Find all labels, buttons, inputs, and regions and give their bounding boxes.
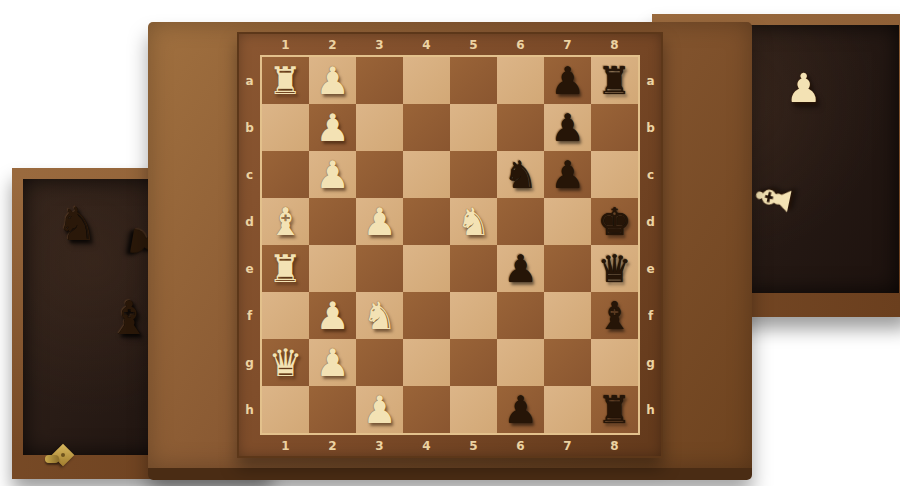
square-d2[interactable] [309, 198, 356, 245]
square-b8[interactable] [591, 104, 638, 151]
file-labels-left: abcdefgh [237, 57, 262, 433]
chess-set-photo: { "game": "chess", "scene": "wooden fold… [0, 0, 900, 486]
piece-white-rook[interactable]: ♜ [268, 250, 302, 288]
piece-white-knight[interactable]: ♞ [362, 297, 396, 335]
file-labels-right: abcdefgh [638, 57, 663, 433]
square-b3[interactable] [356, 104, 403, 151]
piece-black-queen[interactable]: ♛ [597, 250, 631, 288]
square-c8[interactable] [591, 151, 638, 198]
file-label-a: a [638, 57, 663, 104]
piece-white-rook[interactable]: ♜ [268, 62, 302, 100]
file-label-e: e [237, 245, 262, 292]
rank-label-4: 4 [403, 433, 450, 458]
piece-white-pawn[interactable]: ♟ [315, 109, 349, 147]
captured-white-pawn-standing[interactable]: ♟ [786, 68, 822, 108]
square-b6[interactable] [497, 104, 544, 151]
rank-label-7: 7 [544, 32, 591, 57]
square-h3[interactable]: ♟ [356, 386, 403, 433]
square-f1[interactable] [262, 292, 309, 339]
captured-black-bishop-standing[interactable]: ♝ [109, 295, 150, 341]
square-a6[interactable] [497, 57, 544, 104]
square-d4[interactable] [403, 198, 450, 245]
square-a8[interactable]: ♜ [591, 57, 638, 104]
square-c4[interactable] [403, 151, 450, 198]
piece-black-pawn[interactable]: ♟ [550, 156, 584, 194]
latch-hook-icon [45, 455, 59, 463]
square-c3[interactable] [356, 151, 403, 198]
square-h2[interactable] [309, 386, 356, 433]
square-c2[interactable]: ♟ [309, 151, 356, 198]
file-label-e: e [638, 245, 663, 292]
rank-label-1: 1 [262, 433, 309, 458]
square-b2[interactable]: ♟ [309, 104, 356, 151]
file-label-f: f [237, 292, 262, 339]
square-a4[interactable] [403, 57, 450, 104]
square-c1[interactable] [262, 151, 309, 198]
rank-labels-top: 12345678 [262, 32, 638, 57]
square-f8[interactable]: ♝ [591, 292, 638, 339]
square-h5[interactable] [450, 386, 497, 433]
piece-black-rook[interactable]: ♜ [597, 62, 631, 100]
rank-label-2: 2 [309, 433, 356, 458]
piece-white-knight[interactable]: ♞ [456, 203, 490, 241]
piece-white-pawn[interactable]: ♟ [315, 344, 349, 382]
square-g2[interactable]: ♟ [309, 339, 356, 386]
rank-label-8: 8 [591, 433, 638, 458]
file-label-c: c [237, 151, 262, 198]
square-g8[interactable] [591, 339, 638, 386]
square-e3[interactable] [356, 245, 403, 292]
rank-label-1: 1 [262, 32, 309, 57]
square-f6[interactable] [497, 292, 544, 339]
file-label-a: a [237, 57, 262, 104]
file-label-g: g [638, 339, 663, 386]
rank-label-3: 3 [356, 32, 403, 57]
rank-label-6: 6 [497, 433, 544, 458]
square-b4[interactable] [403, 104, 450, 151]
square-e1[interactable]: ♜ [262, 245, 309, 292]
square-h8[interactable]: ♜ [591, 386, 638, 433]
piece-white-queen[interactable]: ♛ [268, 344, 302, 382]
square-a1[interactable]: ♜ [262, 57, 309, 104]
rank-label-5: 5 [450, 433, 497, 458]
piece-black-king[interactable]: ♚ [597, 203, 631, 241]
square-g6[interactable] [497, 339, 544, 386]
file-label-b: b [638, 104, 663, 151]
piece-black-pawn[interactable]: ♟ [503, 391, 537, 429]
rank-label-5: 5 [450, 32, 497, 57]
square-d1[interactable]: ♝ [262, 198, 309, 245]
latch-pin-icon [61, 453, 65, 457]
file-label-h: h [237, 386, 262, 433]
square-e7[interactable] [544, 245, 591, 292]
square-g4[interactable] [403, 339, 450, 386]
piece-white-pawn[interactable]: ♟ [362, 391, 396, 429]
square-d6[interactable] [497, 198, 544, 245]
square-a2[interactable]: ♟ [309, 57, 356, 104]
rank-label-3: 3 [356, 433, 403, 458]
square-f7[interactable] [544, 292, 591, 339]
piece-black-knight[interactable]: ♞ [503, 156, 537, 194]
square-e6[interactable]: ♟ [497, 245, 544, 292]
piece-white-pawn[interactable]: ♟ [315, 297, 349, 335]
square-f2[interactable]: ♟ [309, 292, 356, 339]
file-label-h: h [638, 386, 663, 433]
square-g1[interactable]: ♛ [262, 339, 309, 386]
captured-white-bishop-lying[interactable]: ♝ [747, 173, 801, 223]
square-e4[interactable] [403, 245, 450, 292]
square-a3[interactable] [356, 57, 403, 104]
piece-white-bishop[interactable]: ♝ [268, 203, 302, 241]
square-e5[interactable] [450, 245, 497, 292]
square-f5[interactable] [450, 292, 497, 339]
chess-board: 12345678 12345678 abcdefgh abcdefgh ♜♟♟♜… [237, 32, 663, 458]
brass-latch[interactable] [51, 441, 77, 475]
rank-label-4: 4 [403, 32, 450, 57]
piece-white-pawn[interactable]: ♟ [362, 203, 396, 241]
square-d7[interactable] [544, 198, 591, 245]
piece-black-pawn[interactable]: ♟ [550, 62, 584, 100]
piece-white-pawn[interactable]: ♟ [315, 156, 349, 194]
square-g3[interactable] [356, 339, 403, 386]
square-a7[interactable]: ♟ [544, 57, 591, 104]
square-b7[interactable]: ♟ [544, 104, 591, 151]
file-label-c: c [638, 151, 663, 198]
square-c5[interactable] [450, 151, 497, 198]
piece-black-bishop[interactable]: ♝ [597, 297, 631, 335]
square-a5[interactable] [450, 57, 497, 104]
piece-black-pawn[interactable]: ♟ [503, 250, 537, 288]
piece-black-rook[interactable]: ♜ [597, 391, 631, 429]
square-h4[interactable] [403, 386, 450, 433]
square-d8[interactable]: ♚ [591, 198, 638, 245]
file-label-d: d [638, 198, 663, 245]
square-h6[interactable]: ♟ [497, 386, 544, 433]
square-c7[interactable]: ♟ [544, 151, 591, 198]
square-g5[interactable] [450, 339, 497, 386]
captured-black-knight-standing[interactable]: ♞ [56, 201, 97, 247]
file-label-f: f [638, 292, 663, 339]
piece-white-pawn[interactable]: ♟ [315, 62, 349, 100]
board-grid: ♜♟♟♜♟♟♟♞♟♝♟♞♚♜♟♛♟♞♝♛♟♟♟♜ [262, 57, 638, 433]
file-label-d: d [237, 198, 262, 245]
square-h7[interactable] [544, 386, 591, 433]
rank-labels-bottom: 12345678 [262, 433, 638, 458]
square-f4[interactable] [403, 292, 450, 339]
file-label-b: b [237, 104, 262, 151]
rank-label-2: 2 [309, 32, 356, 57]
file-label-g: g [237, 339, 262, 386]
square-d5[interactable]: ♞ [450, 198, 497, 245]
square-h1[interactable] [262, 386, 309, 433]
square-b5[interactable] [450, 104, 497, 151]
rank-label-8: 8 [591, 32, 638, 57]
square-d3[interactable]: ♟ [356, 198, 403, 245]
rank-label-7: 7 [544, 433, 591, 458]
square-g7[interactable] [544, 339, 591, 386]
square-e2[interactable] [309, 245, 356, 292]
square-c6[interactable]: ♞ [497, 151, 544, 198]
rank-label-6: 6 [497, 32, 544, 57]
square-f3[interactable]: ♞ [356, 292, 403, 339]
piece-black-pawn[interactable]: ♟ [550, 109, 584, 147]
square-e8[interactable]: ♛ [591, 245, 638, 292]
square-b1[interactable] [262, 104, 309, 151]
